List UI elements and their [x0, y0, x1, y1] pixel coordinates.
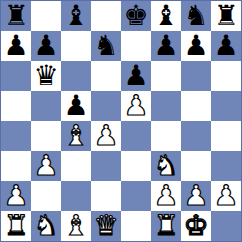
square-a5[interactable]: [1, 91, 31, 121]
square-c1[interactable]: ♝: [61, 211, 91, 241]
square-g6[interactable]: [181, 61, 211, 91]
square-b4[interactable]: [31, 121, 61, 151]
piece-white-king: ♚: [183, 211, 208, 241]
square-b8[interactable]: [31, 1, 61, 31]
square-h8[interactable]: ♜: [211, 1, 241, 31]
piece-white-pawn: ♟: [33, 151, 58, 181]
square-a8[interactable]: ♜: [1, 1, 31, 31]
square-e4[interactable]: [121, 121, 151, 151]
square-e5[interactable]: ♟: [121, 91, 151, 121]
piece-black-pawn: ♟: [33, 31, 58, 61]
square-b3[interactable]: ♟: [31, 151, 61, 181]
piece-white-rook: ♜: [153, 211, 178, 241]
square-g3[interactable]: [181, 151, 211, 181]
chess-board: ♜♝♚♝♞♜♟♟♞♟♟♟♛♟♟♟♝♟♟♞♟♟♟♟♜♞♝♛♜♚: [0, 0, 242, 242]
piece-white-pawn: ♟: [213, 181, 238, 211]
square-c8[interactable]: ♝: [61, 1, 91, 31]
square-e7[interactable]: [121, 31, 151, 61]
square-b7[interactable]: ♟: [31, 31, 61, 61]
square-c4[interactable]: ♝: [61, 121, 91, 151]
piece-white-knight: ♞: [33, 211, 58, 241]
square-h1[interactable]: [211, 211, 241, 241]
piece-black-rook: ♜: [3, 1, 28, 31]
square-d2[interactable]: [91, 181, 121, 211]
square-h3[interactable]: [211, 151, 241, 181]
piece-black-knight: ♞: [183, 1, 208, 31]
piece-black-pawn: ♟: [213, 31, 238, 61]
square-f7[interactable]: ♟: [151, 31, 181, 61]
square-g5[interactable]: [181, 91, 211, 121]
square-f6[interactable]: [151, 61, 181, 91]
square-h7[interactable]: ♟: [211, 31, 241, 61]
square-a2[interactable]: ♟: [1, 181, 31, 211]
piece-white-pawn: ♟: [3, 181, 28, 211]
piece-black-knight: ♞: [93, 31, 118, 61]
square-d4[interactable]: ♟: [91, 121, 121, 151]
piece-white-pawn: ♟: [153, 181, 178, 211]
square-b2[interactable]: [31, 181, 61, 211]
square-c3[interactable]: [61, 151, 91, 181]
square-a1[interactable]: ♜: [1, 211, 31, 241]
square-g4[interactable]: [181, 121, 211, 151]
square-d6[interactable]: [91, 61, 121, 91]
square-h2[interactable]: ♟: [211, 181, 241, 211]
square-g8[interactable]: ♞: [181, 1, 211, 31]
square-f4[interactable]: [151, 121, 181, 151]
square-g1[interactable]: ♚: [181, 211, 211, 241]
square-f5[interactable]: [151, 91, 181, 121]
square-c6[interactable]: [61, 61, 91, 91]
piece-white-rook: ♜: [3, 211, 28, 241]
square-d8[interactable]: [91, 1, 121, 31]
square-a7[interactable]: ♟: [1, 31, 31, 61]
square-d3[interactable]: [91, 151, 121, 181]
square-g7[interactable]: ♟: [181, 31, 211, 61]
piece-white-knight: ♞: [153, 151, 178, 181]
square-f8[interactable]: ♝: [151, 1, 181, 31]
square-a4[interactable]: [1, 121, 31, 151]
square-h4[interactable]: [211, 121, 241, 151]
piece-black-bishop: ♝: [63, 1, 88, 31]
square-f2[interactable]: ♟: [151, 181, 181, 211]
square-e8[interactable]: ♚: [121, 1, 151, 31]
piece-black-rook: ♜: [213, 1, 238, 31]
square-h5[interactable]: [211, 91, 241, 121]
square-c2[interactable]: [61, 181, 91, 211]
piece-white-pawn: ♟: [93, 121, 118, 151]
piece-white-pawn: ♟: [183, 181, 208, 211]
piece-white-bishop: ♝: [63, 121, 88, 151]
square-e1[interactable]: [121, 211, 151, 241]
square-a3[interactable]: [1, 151, 31, 181]
square-e3[interactable]: [121, 151, 151, 181]
piece-white-bishop: ♝: [63, 211, 88, 241]
square-e2[interactable]: [121, 181, 151, 211]
piece-black-pawn: ♟: [3, 31, 28, 61]
piece-black-king: ♚: [123, 1, 148, 31]
square-f3[interactable]: ♞: [151, 151, 181, 181]
piece-black-pawn: ♟: [183, 31, 208, 61]
square-b5[interactable]: [31, 91, 61, 121]
square-c5[interactable]: ♟: [61, 91, 91, 121]
square-a6[interactable]: [1, 61, 31, 91]
piece-black-pawn: ♟: [63, 91, 88, 121]
piece-black-bishop: ♝: [153, 1, 178, 31]
square-b1[interactable]: ♞: [31, 211, 61, 241]
square-d1[interactable]: ♛: [91, 211, 121, 241]
square-h6[interactable]: [211, 61, 241, 91]
piece-black-pawn: ♟: [123, 61, 148, 91]
square-g2[interactable]: ♟: [181, 181, 211, 211]
piece-white-pawn: ♟: [123, 91, 148, 121]
piece-black-pawn: ♟: [153, 31, 178, 61]
square-b6[interactable]: ♛: [31, 61, 61, 91]
square-d5[interactable]: [91, 91, 121, 121]
square-d7[interactable]: ♞: [91, 31, 121, 61]
square-c7[interactable]: [61, 31, 91, 61]
piece-black-queen: ♛: [33, 61, 58, 91]
square-e6[interactable]: ♟: [121, 61, 151, 91]
piece-white-queen: ♛: [93, 211, 118, 241]
square-f1[interactable]: ♜: [151, 211, 181, 241]
